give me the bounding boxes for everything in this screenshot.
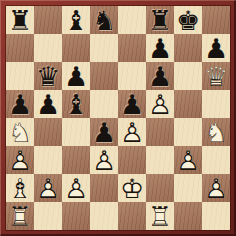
square-c5[interactable]: ♝ bbox=[62, 90, 90, 118]
white-pawn: ♟♙ bbox=[34, 174, 62, 202]
white-piece-outline-glyph: ♙ bbox=[90, 146, 118, 174]
square-f7[interactable]: ♟ bbox=[146, 34, 174, 62]
square-g2[interactable] bbox=[174, 174, 202, 202]
square-d2[interactable] bbox=[90, 174, 118, 202]
square-b4[interactable] bbox=[34, 118, 62, 146]
black-bishop: ♝ bbox=[62, 90, 90, 118]
square-h7[interactable]: ♟ bbox=[202, 34, 230, 62]
white-pawn: ♟♙ bbox=[146, 90, 174, 118]
board-frame: ♜♝♞♜♚♟♟♛♟♟♛♕♟♟♝♟♟♙♞♘♟♟♙♞♘♟♙♟♙♟♙♝♗♟♙♟♙♚♔♟… bbox=[0, 0, 236, 236]
square-b8[interactable] bbox=[34, 6, 62, 34]
square-a4[interactable]: ♞♘ bbox=[6, 118, 34, 146]
white-bishop: ♝♗ bbox=[6, 174, 34, 202]
black-queen: ♛ bbox=[34, 62, 62, 90]
square-b7[interactable] bbox=[34, 34, 62, 62]
white-piece-outline-glyph: ♖ bbox=[6, 202, 34, 230]
black-pawn: ♟ bbox=[146, 62, 174, 90]
square-a5[interactable]: ♟ bbox=[6, 90, 34, 118]
square-a6[interactable] bbox=[6, 62, 34, 90]
white-piece-outline-glyph: ♙ bbox=[34, 174, 62, 202]
square-e8[interactable] bbox=[118, 6, 146, 34]
white-piece-outline-glyph: ♙ bbox=[62, 174, 90, 202]
black-piece-glyph: ♛ bbox=[34, 62, 62, 90]
black-piece-glyph: ♝ bbox=[62, 90, 90, 118]
square-g6[interactable] bbox=[174, 62, 202, 90]
square-e5[interactable]: ♟ bbox=[118, 90, 146, 118]
square-e6[interactable] bbox=[118, 62, 146, 90]
black-bishop: ♝ bbox=[62, 6, 90, 34]
white-piece-outline-glyph: ♕ bbox=[202, 62, 230, 90]
white-piece-outline-glyph: ♔ bbox=[118, 174, 146, 202]
square-b1[interactable] bbox=[34, 202, 62, 230]
square-f1[interactable]: ♜♖ bbox=[146, 202, 174, 230]
square-b6[interactable]: ♛ bbox=[34, 62, 62, 90]
white-knight: ♞♘ bbox=[6, 118, 34, 146]
square-g4[interactable] bbox=[174, 118, 202, 146]
square-c3[interactable] bbox=[62, 146, 90, 174]
white-rook: ♜♖ bbox=[146, 202, 174, 230]
black-piece-glyph: ♟ bbox=[202, 34, 230, 62]
square-f3[interactable] bbox=[146, 146, 174, 174]
white-king: ♚♔ bbox=[118, 174, 146, 202]
square-c7[interactable] bbox=[62, 34, 90, 62]
square-c2[interactable]: ♟♙ bbox=[62, 174, 90, 202]
white-pawn: ♟♙ bbox=[118, 118, 146, 146]
black-piece-glyph: ♟ bbox=[6, 90, 34, 118]
black-pawn: ♟ bbox=[118, 90, 146, 118]
white-pawn: ♟♙ bbox=[202, 174, 230, 202]
black-piece-glyph: ♟ bbox=[118, 90, 146, 118]
square-h8[interactable] bbox=[202, 6, 230, 34]
black-rook: ♜ bbox=[146, 6, 174, 34]
white-piece-outline-glyph: ♙ bbox=[6, 146, 34, 174]
black-pawn: ♟ bbox=[62, 62, 90, 90]
black-rook: ♜ bbox=[6, 6, 34, 34]
square-b3[interactable] bbox=[34, 146, 62, 174]
white-piece-outline-glyph: ♗ bbox=[6, 174, 34, 202]
white-piece-outline-glyph: ♘ bbox=[202, 118, 230, 146]
black-pawn: ♟ bbox=[202, 34, 230, 62]
square-d5[interactable] bbox=[90, 90, 118, 118]
white-piece-outline-glyph: ♖ bbox=[146, 202, 174, 230]
square-e2[interactable]: ♚♔ bbox=[118, 174, 146, 202]
square-e7[interactable] bbox=[118, 34, 146, 62]
square-g3[interactable]: ♟♙ bbox=[174, 146, 202, 174]
square-h1[interactable] bbox=[202, 202, 230, 230]
black-piece-glyph: ♟ bbox=[34, 90, 62, 118]
white-piece-outline-glyph: ♙ bbox=[146, 90, 174, 118]
square-a7[interactable] bbox=[6, 34, 34, 62]
square-h4[interactable]: ♞♘ bbox=[202, 118, 230, 146]
square-h2[interactable]: ♟♙ bbox=[202, 174, 230, 202]
white-queen: ♛♕ bbox=[202, 62, 230, 90]
black-piece-glyph: ♟ bbox=[62, 62, 90, 90]
black-pawn: ♟ bbox=[90, 118, 118, 146]
square-f5[interactable]: ♟♙ bbox=[146, 90, 174, 118]
white-rook: ♜♖ bbox=[6, 202, 34, 230]
square-h6[interactable]: ♛♕ bbox=[202, 62, 230, 90]
black-piece-glyph: ♟ bbox=[90, 118, 118, 146]
square-c6[interactable]: ♟ bbox=[62, 62, 90, 90]
square-f2[interactable] bbox=[146, 174, 174, 202]
white-knight: ♞♘ bbox=[202, 118, 230, 146]
white-pawn: ♟♙ bbox=[90, 146, 118, 174]
square-g5[interactable] bbox=[174, 90, 202, 118]
black-piece-glyph: ♚ bbox=[174, 6, 202, 34]
square-f4[interactable] bbox=[146, 118, 174, 146]
square-f8[interactable]: ♜ bbox=[146, 6, 174, 34]
square-c8[interactable]: ♝ bbox=[62, 6, 90, 34]
white-piece-outline-glyph: ♙ bbox=[202, 174, 230, 202]
chess-board: ♜♝♞♜♚♟♟♛♟♟♛♕♟♟♝♟♟♙♞♘♟♟♙♞♘♟♙♟♙♟♙♝♗♟♙♟♙♚♔♟… bbox=[6, 6, 230, 230]
square-a2[interactable]: ♝♗ bbox=[6, 174, 34, 202]
black-piece-glyph: ♝ bbox=[62, 6, 90, 34]
square-a1[interactable]: ♜♖ bbox=[6, 202, 34, 230]
black-knight: ♞ bbox=[90, 6, 118, 34]
square-c4[interactable] bbox=[62, 118, 90, 146]
square-g1[interactable] bbox=[174, 202, 202, 230]
square-a8[interactable]: ♜ bbox=[6, 6, 34, 34]
black-piece-glyph: ♜ bbox=[6, 6, 34, 34]
square-h5[interactable] bbox=[202, 90, 230, 118]
white-piece-outline-glyph: ♙ bbox=[118, 118, 146, 146]
black-king: ♚ bbox=[174, 6, 202, 34]
square-a3[interactable]: ♟♙ bbox=[6, 146, 34, 174]
square-g7[interactable] bbox=[174, 34, 202, 62]
square-d1[interactable] bbox=[90, 202, 118, 230]
black-pawn: ♟ bbox=[146, 34, 174, 62]
white-piece-outline-glyph: ♙ bbox=[174, 146, 202, 174]
white-pawn: ♟♙ bbox=[62, 174, 90, 202]
black-piece-glyph: ♜ bbox=[146, 6, 174, 34]
square-e3[interactable] bbox=[118, 146, 146, 174]
square-b5[interactable]: ♟ bbox=[34, 90, 62, 118]
black-piece-glyph: ♟ bbox=[146, 34, 174, 62]
black-pawn: ♟ bbox=[34, 90, 62, 118]
square-d7[interactable] bbox=[90, 34, 118, 62]
square-e4[interactable]: ♟♙ bbox=[118, 118, 146, 146]
square-d8[interactable]: ♞ bbox=[90, 6, 118, 34]
white-pawn: ♟♙ bbox=[174, 146, 202, 174]
square-f6[interactable]: ♟ bbox=[146, 62, 174, 90]
black-piece-glyph: ♞ bbox=[90, 6, 118, 34]
square-d6[interactable] bbox=[90, 62, 118, 90]
square-b2[interactable]: ♟♙ bbox=[34, 174, 62, 202]
square-d4[interactable]: ♟ bbox=[90, 118, 118, 146]
square-d3[interactable]: ♟♙ bbox=[90, 146, 118, 174]
white-pawn: ♟♙ bbox=[6, 146, 34, 174]
square-e1[interactable] bbox=[118, 202, 146, 230]
black-pawn: ♟ bbox=[6, 90, 34, 118]
square-c1[interactable] bbox=[62, 202, 90, 230]
square-g8[interactable]: ♚ bbox=[174, 6, 202, 34]
square-h3[interactable] bbox=[202, 146, 230, 174]
black-piece-glyph: ♟ bbox=[146, 62, 174, 90]
white-piece-outline-glyph: ♘ bbox=[6, 118, 34, 146]
